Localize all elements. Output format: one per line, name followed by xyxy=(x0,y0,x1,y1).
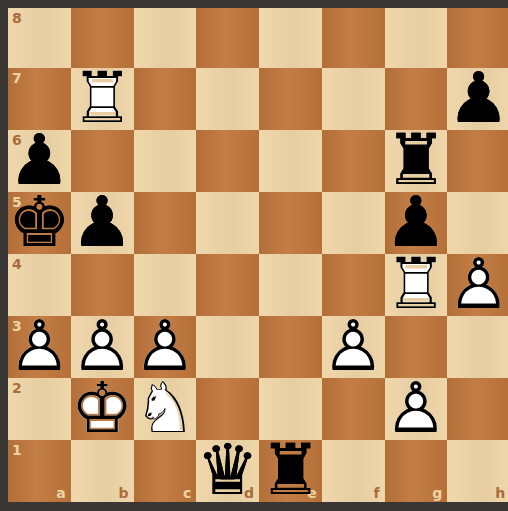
file-label-h: h xyxy=(495,486,505,500)
square-b2[interactable]: ♚♔ xyxy=(71,378,134,440)
square-d8[interactable] xyxy=(196,8,259,68)
square-f2[interactable] xyxy=(322,378,385,440)
piece-outline-glyph: ♙ xyxy=(322,315,385,377)
square-e1[interactable]: e♜♖ xyxy=(259,440,322,502)
white-pawn[interactable]: ♟︎♙ xyxy=(8,315,71,377)
file-label-b: b xyxy=(119,486,129,500)
file-label-a: a xyxy=(56,486,65,500)
square-h2[interactable] xyxy=(447,378,508,440)
square-f1[interactable]: f xyxy=(322,440,385,502)
piece-outline-glyph: ♙ xyxy=(447,67,508,129)
black-pawn[interactable]: ♟︎♙ xyxy=(71,191,134,253)
rank-label-7: 7 xyxy=(12,71,22,85)
piece-outline-glyph: ♔ xyxy=(71,377,134,439)
square-c6[interactable] xyxy=(134,130,197,192)
chess-board: 87♜♖♟︎♙6♟︎♙♜♖5♚♔♟︎♙♟︎♙4♜♖♟︎♙3♟︎♙♟︎♙♟︎♙♟︎… xyxy=(8,8,502,502)
square-c7[interactable] xyxy=(134,68,197,130)
square-c5[interactable] xyxy=(134,192,197,254)
square-e6[interactable] xyxy=(259,130,322,192)
square-h3[interactable] xyxy=(447,316,508,378)
file-label-g: g xyxy=(432,486,442,500)
square-d3[interactable] xyxy=(196,316,259,378)
rank-label-8: 8 xyxy=(12,11,22,25)
file-label-c: c xyxy=(183,486,191,500)
square-b1[interactable]: b xyxy=(71,440,134,502)
rank-label-4: 4 xyxy=(12,257,22,271)
black-queen[interactable]: ♛♕ xyxy=(196,439,259,501)
square-a2[interactable]: 2 xyxy=(8,378,71,440)
piece-outline-glyph: ♙ xyxy=(8,315,71,377)
square-a1[interactable]: 1a xyxy=(8,440,71,502)
square-e3[interactable] xyxy=(259,316,322,378)
square-e5[interactable] xyxy=(259,192,322,254)
piece-outline-glyph: ♔ xyxy=(8,191,71,253)
square-b5[interactable]: ♟︎♙ xyxy=(71,192,134,254)
rank-label-1: 1 xyxy=(12,443,22,457)
square-g2[interactable]: ♟︎♙ xyxy=(385,378,448,440)
piece-outline-glyph: ♙ xyxy=(447,253,508,315)
white-pawn[interactable]: ♟︎♙ xyxy=(385,377,448,439)
piece-outline-glyph: ♙ xyxy=(385,377,448,439)
square-f6[interactable] xyxy=(322,130,385,192)
piece-outline-glyph: ♖ xyxy=(385,253,448,315)
black-king[interactable]: ♚♔ xyxy=(8,191,71,253)
piece-outline-glyph: ♙ xyxy=(71,191,134,253)
square-h4[interactable]: ♟︎♙ xyxy=(447,254,508,316)
file-label-f: f xyxy=(374,486,380,500)
piece-outline-glyph: ♖ xyxy=(71,67,134,129)
square-e4[interactable] xyxy=(259,254,322,316)
square-h1[interactable]: h xyxy=(447,440,508,502)
square-c8[interactable] xyxy=(134,8,197,68)
board-frame: 87♜♖♟︎♙6♟︎♙♜♖5♚♔♟︎♙♟︎♙4♜♖♟︎♙3♟︎♙♟︎♙♟︎♙♟︎… xyxy=(0,0,508,511)
square-a5[interactable]: 5♚♔ xyxy=(8,192,71,254)
white-pawn[interactable]: ♟︎♙ xyxy=(322,315,385,377)
square-f8[interactable] xyxy=(322,8,385,68)
square-e7[interactable] xyxy=(259,68,322,130)
black-rook[interactable]: ♜♖ xyxy=(259,439,322,501)
white-rook[interactable]: ♜♖ xyxy=(71,67,134,129)
white-pawn[interactable]: ♟︎♙ xyxy=(447,253,508,315)
square-c2[interactable]: ♞♘ xyxy=(134,378,197,440)
square-h7[interactable]: ♟︎♙ xyxy=(447,68,508,130)
rank-label-2: 2 xyxy=(12,381,22,395)
square-g8[interactable] xyxy=(385,8,448,68)
square-e8[interactable] xyxy=(259,8,322,68)
square-a8[interactable]: 8 xyxy=(8,8,71,68)
white-knight[interactable]: ♞♘ xyxy=(134,377,197,439)
piece-outline-glyph: ♘ xyxy=(134,377,197,439)
square-f7[interactable] xyxy=(322,68,385,130)
black-pawn[interactable]: ♟︎♙ xyxy=(447,67,508,129)
square-f5[interactable] xyxy=(322,192,385,254)
square-c1[interactable]: c xyxy=(134,440,197,502)
piece-outline-glyph: ♕ xyxy=(196,439,259,501)
square-g1[interactable]: g xyxy=(385,440,448,502)
square-d5[interactable] xyxy=(196,192,259,254)
square-d4[interactable] xyxy=(196,254,259,316)
square-d7[interactable] xyxy=(196,68,259,130)
square-b7[interactable]: ♜♖ xyxy=(71,68,134,130)
square-g4[interactable]: ♜♖ xyxy=(385,254,448,316)
square-a3[interactable]: 3♟︎♙ xyxy=(8,316,71,378)
white-king[interactable]: ♚♔ xyxy=(71,377,134,439)
square-h6[interactable] xyxy=(447,130,508,192)
white-rook[interactable]: ♜♖ xyxy=(385,253,448,315)
square-f3[interactable]: ♟︎♙ xyxy=(322,316,385,378)
square-d6[interactable] xyxy=(196,130,259,192)
square-d1[interactable]: d♛♕ xyxy=(196,440,259,502)
piece-outline-glyph: ♖ xyxy=(259,439,322,501)
